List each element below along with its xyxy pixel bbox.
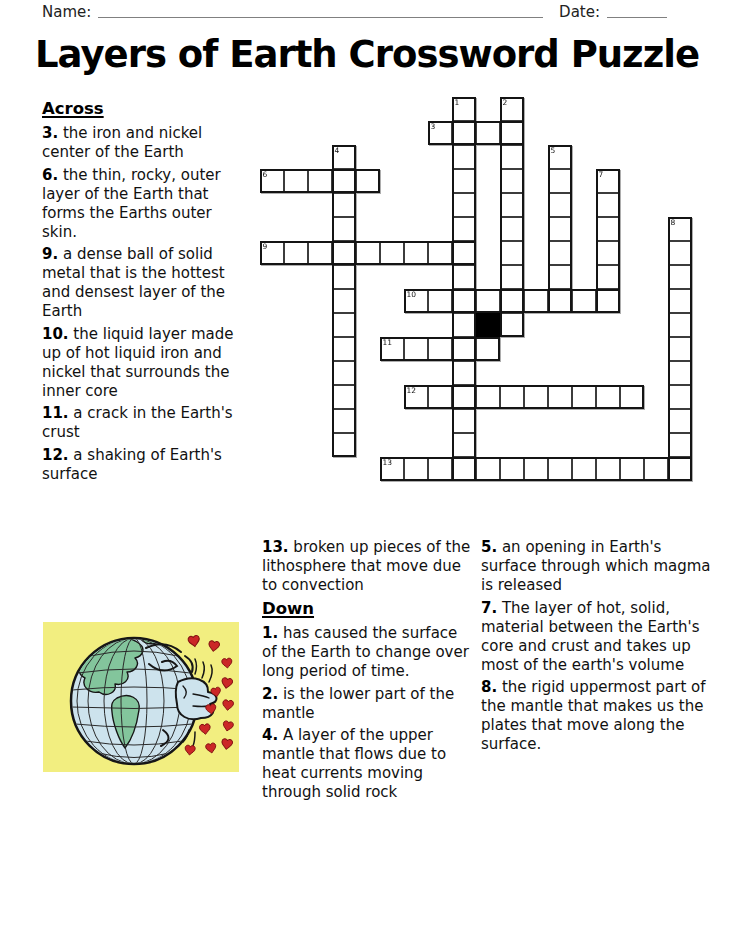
grid-cell[interactable] [476,337,500,361]
grid-cell[interactable] [332,193,356,217]
name-label: Name: [42,3,91,21]
grid-cell[interactable] [668,361,692,385]
clue-number: 10. [42,325,69,343]
grid-cell[interactable] [332,217,356,241]
grid-cell[interactable] [668,289,692,313]
grid-cell[interactable] [332,289,356,313]
grid-cell[interactable] [428,241,452,265]
clue-across-6: 6. the thin, rocky, outer layer of the E… [42,166,250,242]
clue-number: 9. [42,245,58,263]
clue-text: the thin, rocky, outer layer of the Eart… [42,166,221,241]
grid-cell[interactable] [524,385,548,409]
grid-cell[interactable] [428,337,452,361]
grid-cell[interactable] [452,313,476,337]
grid-cell[interactable] [452,433,476,457]
grid-cell[interactable] [668,265,692,289]
grid-cell[interactable] [596,169,620,193]
clue-text: a crack in the Earth's crust [42,404,233,441]
grid-cell[interactable] [500,121,524,145]
clue-across-11: 11. a crack in the Earth's crust [42,404,250,442]
grid-cell[interactable] [332,433,356,457]
clue-across-10: 10. the liquid layer made up of hot liqu… [42,325,250,401]
grid-cell[interactable] [548,169,572,193]
across-header: Across [42,99,250,118]
clue-number: 8. [481,678,497,696]
grid-cell[interactable] [572,289,596,313]
clue-down-7: 7. The layer of hot, solid, material bet… [481,599,721,675]
grid-cell[interactable] [452,97,476,121]
grid-cell[interactable] [452,385,476,409]
clue-text: A layer of the upper mantle that flows d… [262,726,446,801]
grid-cell[interactable] [428,289,452,313]
across-clues-section: Across 3. the iron and nickel center of … [42,99,250,487]
name-blank-line[interactable] [98,3,543,18]
grid-cell[interactable] [524,457,548,481]
grid-cell[interactable] [452,121,476,145]
grid-cell[interactable] [500,313,524,337]
clue-text: has caused the surface of the Earth to c… [262,624,469,680]
date-label: Date: [559,3,600,21]
clue-across-3: 3. the iron and nickel center of the Ear… [42,124,250,162]
grid-cell[interactable] [332,169,356,193]
grid-cell[interactable] [404,457,428,481]
grid-cell[interactable] [596,457,620,481]
mid-clues-section: 13. broken up pieces of the lithosphere … [262,538,476,806]
grid-cell[interactable] [260,169,284,193]
grid-cell[interactable] [404,385,428,409]
grid-cell[interactable] [380,457,404,481]
grid-cell[interactable] [380,337,404,361]
clue-down-4: 4. A layer of the upper mantle that flow… [262,726,476,802]
clue-number: 6. [42,166,58,184]
grid-cell[interactable] [596,193,620,217]
clue-text: The layer of hot, solid, material betwee… [481,599,700,674]
grid-cell[interactable] [548,457,572,481]
grid-cell[interactable] [284,241,308,265]
grid-cell[interactable] [452,265,476,289]
grid-cell[interactable] [452,337,476,361]
grid-cell[interactable] [332,361,356,385]
grid-cell[interactable] [476,289,500,313]
grid-cell[interactable] [548,241,572,265]
grid-cell[interactable] [524,289,548,313]
grid-cell[interactable] [452,361,476,385]
grid-cell[interactable] [452,457,476,481]
grid-cell[interactable] [596,385,620,409]
clue-number: 12. [42,446,69,464]
black-cell [476,313,500,337]
clue-down-2: 2. is the lower part of the mantle [262,685,476,723]
grid-cell[interactable] [596,265,620,289]
clue-text: broken up pieces of the lithosphere that… [262,538,470,594]
grid-cell[interactable] [476,457,500,481]
clue-text: the liquid layer made up of hot liquid i… [42,325,234,400]
clue-number: 4. [262,726,278,744]
date-blank-line[interactable] [607,3,667,18]
clue-number: 13. [262,538,289,556]
clue-number: 1. [262,624,278,642]
grid-cell[interactable] [668,385,692,409]
grid-cell[interactable] [500,193,524,217]
grid-cell[interactable] [452,409,476,433]
grid-cell[interactable] [500,241,524,265]
grid-cell[interactable] [452,193,476,217]
grid-cell[interactable] [668,217,692,241]
grid-cell[interactable] [356,241,380,265]
grid-cell[interactable] [452,289,476,313]
grid-cell[interactable] [668,241,692,265]
grid-cell[interactable] [332,385,356,409]
grid-cell[interactable] [308,169,332,193]
clue-number: 5. [481,538,497,556]
clue-across-12: 12. a shaking of Earth's surface [42,446,250,484]
grid-cell[interactable] [452,217,476,241]
grid-cell[interactable] [500,457,524,481]
grid-cell[interactable] [428,457,452,481]
grid-cell[interactable] [428,121,452,145]
clue-number: 7. [481,599,497,617]
grid-cell[interactable] [572,457,596,481]
earth-kiss-illustration [43,622,239,772]
grid-cell[interactable] [404,289,428,313]
grid-cell[interactable] [332,409,356,433]
grid-cell[interactable] [668,409,692,433]
grid-cell[interactable] [596,289,620,313]
grid-cell[interactable] [452,145,476,169]
grid-cell[interactable] [452,169,476,193]
clue-text: a shaking of Earth's surface [42,446,222,483]
crossword-grid[interactable]: 36910111213124578 [260,97,693,482]
grid-cell[interactable] [428,385,452,409]
grid-cell[interactable] [548,289,572,313]
grid-cell[interactable] [500,385,524,409]
grid-cell[interactable] [332,337,356,361]
grid-cell[interactable] [620,457,644,481]
grid-cell[interactable] [332,265,356,289]
clue-text: is the lower part of the mantle [262,685,454,722]
grid-cell[interactable] [548,193,572,217]
grid-cell[interactable] [668,457,692,481]
grid-cell[interactable] [260,241,284,265]
grid-cell[interactable] [332,313,356,337]
down-header: Down [262,599,476,618]
grid-cell[interactable] [572,385,596,409]
grid-cell[interactable] [596,217,620,241]
clue-text: the iron and nickel center of the Earth [42,124,202,161]
clue-text: a dense ball of solid metal that is the … [42,245,225,320]
clue-number: 2. [262,685,278,703]
clue-number: 3. [42,124,58,142]
grid-cell[interactable] [356,169,380,193]
grid-cell[interactable] [500,289,524,313]
grid-cell[interactable] [548,217,572,241]
grid-cell[interactable] [668,433,692,457]
grid-cell[interactable] [548,385,572,409]
grid-cell[interactable] [500,97,524,121]
grid-cell[interactable] [596,241,620,265]
clue-text: the rigid uppermost part of the mantle t… [481,678,706,753]
worksheet-page: Name: Date: Layers of Earth Crossword Pu… [0,0,734,950]
clue-down-1: 1. has caused the surface of the Earth t… [262,624,476,681]
grid-cell[interactable] [308,241,332,265]
grid-cell[interactable] [500,169,524,193]
right-clues-section: 5. an opening in Earth's surface through… [481,538,721,758]
grid-cell[interactable] [500,265,524,289]
page-title: Layers of Earth Crossword Puzzle [0,33,734,76]
grid-cell[interactable] [476,385,500,409]
grid-cell[interactable] [500,145,524,169]
clue-number: 11. [42,404,69,422]
grid-cell[interactable] [548,265,572,289]
name-date-row: Name: Date: [42,3,667,21]
grid-cell[interactable] [668,337,692,361]
grid-cell[interactable] [452,241,476,265]
clue-down-8: 8. the rigid uppermost part of the mantl… [481,678,721,754]
clue-across-13: 13. broken up pieces of the lithosphere … [262,538,476,595]
grid-cell[interactable] [284,169,308,193]
grid-cell[interactable] [332,241,356,265]
grid-cell[interactable] [404,241,428,265]
grid-cell[interactable] [644,457,668,481]
grid-cell[interactable] [668,313,692,337]
grid-cell[interactable] [548,145,572,169]
clue-down-5: 5. an opening in Earth's surface through… [481,538,721,595]
grid-cell[interactable] [380,241,404,265]
clue-across-9: 9. a dense ball of solid metal that is t… [42,245,250,321]
grid-cell[interactable] [476,121,500,145]
grid-cell[interactable] [620,385,644,409]
clue-text: an opening in Earth's surface through wh… [481,538,711,594]
grid-cell[interactable] [332,145,356,169]
grid-cell[interactable] [404,337,428,361]
grid-cell[interactable] [500,217,524,241]
